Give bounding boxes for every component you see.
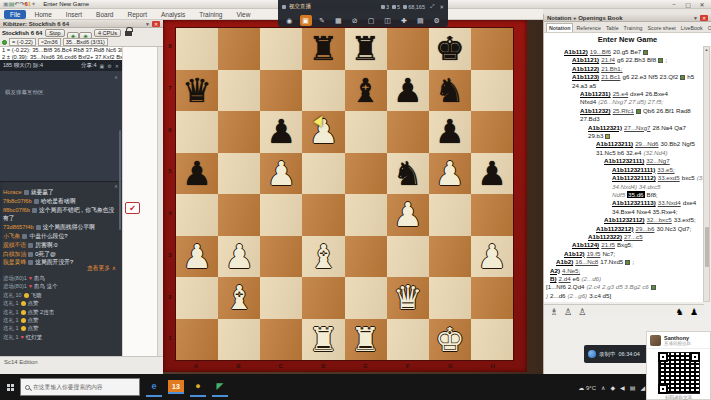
- book-move[interactable]: 2.d4: [559, 275, 571, 282]
- chat-text: 0死了@: [35, 251, 56, 257]
- book-move: 2...d6: [550, 292, 565, 299]
- gift-name: 点赞: [28, 317, 39, 323]
- app-13-icon[interactable]: 13: [168, 380, 184, 394]
- square-e1[interactable]: ♜: [345, 319, 387, 361]
- book-move[interactable]: 21.f4: [601, 56, 615, 63]
- rank-label-2: 2: [166, 294, 174, 300]
- square-g1[interactable]: ♚: [429, 319, 471, 361]
- notation-tab-notation[interactable]: Notation: [546, 23, 573, 32]
- gift-sender: 进场(80)1: [3, 283, 27, 289]
- book-scrollbar[interactable]: ▲: [703, 46, 710, 302]
- user-badge-icon: [22, 234, 27, 239]
- recorder-icon: [588, 350, 596, 358]
- notation-tab-op[interactable]: Op: [706, 24, 711, 32]
- viewer-count-icon: [403, 5, 407, 9]
- square-f2[interactable]: ♛: [387, 277, 429, 319]
- chat-username[interactable]: ff8bc07f6b: [3, 207, 30, 213]
- file-label-h: H: [488, 363, 498, 369]
- book-code[interactable]: A2): [550, 267, 560, 274]
- square-h6[interactable]: [471, 111, 513, 153]
- streamer-name: Santhony: [664, 335, 691, 341]
- window-title: Enter New Game: [43, 1, 89, 7]
- gift-name: 飞吻: [31, 292, 42, 298]
- book-code[interactable]: A1b1124): [572, 241, 599, 248]
- notation-dropdown-icon[interactable]: ▼: [693, 15, 698, 21]
- chat-username[interactable]: 小飞象: [3, 233, 20, 239]
- coin-icon: [21, 318, 26, 323]
- book-line[interactable]: A1b112321111)33.e5;: [544, 166, 704, 174]
- book-move: 20.g5 Be7: [613, 48, 641, 55]
- square-c3[interactable]: [260, 236, 302, 278]
- chat-username[interactable]: 白棋加油: [3, 251, 26, 257]
- square-d3[interactable]: ♝: [302, 236, 344, 278]
- file-label-g: G: [445, 363, 455, 369]
- chat-message: ff8bc07f6b这个局面不错吧，你飞象也没有了: [3, 206, 115, 224]
- tools-icon[interactable]: ✚: [398, 15, 410, 26]
- square-a2[interactable]: [176, 277, 218, 319]
- book-move[interactable]: 32...Ng7: [646, 157, 669, 164]
- tab-view[interactable]: View: [230, 10, 256, 19]
- book-line[interactable]: A1b1123211)29...Nd630.Bb2 Ngf5 31.Nc5 b6…: [544, 140, 704, 157]
- book-line[interactable]: A1b1123)21.Bc1g6 22.e3 Nf5 23.Qf2h5 24.a…: [544, 73, 704, 90]
- chat-notice-section: ∧ 棋友弹幕互动区: [0, 71, 122, 181]
- user-badge-icon: [28, 252, 33, 257]
- notation-tab-reference[interactable]: Reference: [574, 24, 602, 32]
- gift-sender: 送礼 10: [3, 292, 22, 298]
- tab-board[interactable]: Board: [90, 10, 119, 19]
- book-move[interactable]: 27...c5: [624, 233, 643, 240]
- gift-message: 送礼 1点赞: [3, 316, 115, 324]
- notation-tab-table[interactable]: Table: [604, 24, 621, 32]
- book-move: 35.d6: [627, 191, 644, 198]
- white-rook: ♜: [345, 319, 387, 361]
- book-line[interactable]: A1b2)16...Nc817.Nxd5;: [544, 258, 704, 266]
- chat-icon[interactable]: ▣: [300, 15, 312, 26]
- book-code[interactable]: A1b112): [564, 48, 588, 55]
- square-b3[interactable]: ♟: [218, 236, 260, 278]
- square-b4[interactable]: [218, 194, 260, 236]
- book-move: 33.exf5;: [674, 216, 696, 223]
- book-move: ): [546, 292, 548, 299]
- square-b8[interactable]: [218, 28, 260, 70]
- edge-icon[interactable]: e: [146, 377, 162, 397]
- square-d4[interactable]: [302, 194, 344, 236]
- square-f8[interactable]: [387, 28, 429, 70]
- book-code[interactable]: A1b1122): [572, 65, 599, 72]
- square-f1[interactable]: [387, 319, 429, 361]
- book-line[interactable]: A1b1123212)29...b630.Nc3 Qd7;: [544, 225, 704, 233]
- power-icon[interactable]: ◉: [283, 15, 295, 26]
- square-d1[interactable]: ♜: [302, 319, 344, 361]
- stream-toolbar-icons: ◉▣✎▦⊘▢◫✚▤⚙: [278, 13, 448, 27]
- tray-item[interactable]: ◢: [640, 384, 645, 391]
- search-icon: [25, 385, 30, 390]
- piece-tool-icon[interactable]: ♞: [676, 307, 684, 317]
- square-a7[interactable]: ♛: [176, 70, 218, 112]
- book-code[interactable]: A1b12): [564, 250, 585, 257]
- square-e7[interactable]: ♝: [345, 70, 387, 112]
- file-label-a: A: [191, 363, 201, 369]
- chat-settings-icon[interactable]: ⚙: [107, 63, 111, 69]
- camera-icon[interactable]: ◫: [382, 15, 394, 26]
- book-line[interactable]: B)2.d4e6(2...d6): [544, 275, 704, 283]
- chat-username[interactable]: 观棋不语: [3, 242, 26, 248]
- book-marker-icon: [680, 75, 685, 80]
- coin-icon: [21, 310, 26, 315]
- book-move: Nc7;: [602, 250, 615, 257]
- gift-name: 血鸟 这个: [34, 283, 58, 289]
- engine-pane-title: Kibitzer: Stockfish 6 64: [3, 21, 69, 27]
- book-line[interactable]: A1b112321112)33.exd5bxc5(33...cxd5 34.Nx…: [544, 174, 704, 199]
- book-code[interactable]: A1b112321111): [612, 166, 655, 173]
- book-move[interactable]: 25.Rfc1: [613, 107, 634, 114]
- piece-tool-icon[interactable]: ♙: [578, 307, 586, 317]
- scroll-thumb[interactable]: [705, 227, 709, 267]
- stream-stats: 3568,165: [378, 4, 425, 10]
- square-d5[interactable]: [302, 153, 344, 195]
- chat-scrollbar[interactable]: [119, 130, 121, 230]
- book-move[interactable]: 27...Nxg7: [624, 124, 650, 131]
- square-c4[interactable]: [260, 194, 302, 236]
- quick-access-toolbar: ▣▤↶↷61✦: [3, 1, 36, 7]
- tray-item[interactable]: ◀: [620, 384, 625, 391]
- square-e8[interactable]: ♜: [345, 28, 387, 70]
- book-move[interactable]: 19.f5: [587, 250, 601, 257]
- square-a3[interactable]: ♟: [176, 236, 218, 278]
- qr-popup-header: Santhony 直播间粉丝群: [647, 332, 710, 349]
- book-line[interactable]: A1b1124)21.f5Bxg5;: [544, 241, 704, 249]
- engine-toolbar: Stockfish 6 64 Stop ◈◈ 4 CPUs: [0, 28, 163, 38]
- lock-count-icon: [381, 5, 385, 9]
- book-code[interactable]: A1b11231): [580, 90, 611, 97]
- book-line[interactable]: 2.e4: [544, 300, 704, 302]
- tab-analysis[interactable]: Analysis: [155, 10, 191, 19]
- chess-board[interactable]: ♜♜♚♛♝♟♞♟♟♟♟♟♞♟♟♟♟♟♝♟♝♛♜♜♚: [175, 27, 514, 361]
- white-pawn: ♟: [218, 236, 260, 278]
- book-move[interactable]: 21.Bh1;: [601, 65, 622, 72]
- chat-close-icon[interactable]: ✕: [115, 63, 119, 69]
- book-line[interactable]: A1b11231)25.e4dxe4 26.Bxe4 Nfxd4(26...Nx…: [544, 90, 704, 107]
- openings-book-tree[interactable]: A1b112)19...Bf620.g5 Be7A1b1121)21.f4g6 …: [544, 46, 704, 302]
- tab-insert[interactable]: Insert: [60, 10, 88, 19]
- square-e2[interactable]: [345, 277, 387, 319]
- book-code[interactable]: B): [550, 275, 557, 282]
- lock-count: 3: [381, 4, 389, 10]
- book-move: [1...Nf6 2.Qd4: [546, 283, 585, 290]
- book-code[interactable]: A1b11232112): [604, 216, 645, 223]
- book-move[interactable]: 16...Nc8: [575, 258, 598, 265]
- gift-name: 血鸟: [34, 275, 45, 281]
- white-bishop: ♝: [218, 277, 260, 319]
- chat-message: 观棋不语厉害啊:0: [3, 241, 115, 250]
- square-g7[interactable]: ♞: [429, 70, 471, 112]
- status-bar-text: Sc14 Edition: [4, 359, 38, 365]
- stop-button[interactable]: Stop: [45, 29, 64, 37]
- board-frame: ♜♜♚♛♝♟♞♟♟♟♟♟♞♟♟♟♟♟♝♟♝♛♜♜♚ 87654321 ABCDE…: [163, 20, 527, 372]
- lock-count-value: 3: [386, 4, 389, 10]
- chat-text: 这个局面残得公平啊: [43, 224, 95, 230]
- user-badge-icon: [32, 208, 37, 213]
- book-move: g6 22.Bh3 Bf8: [617, 56, 656, 63]
- tray-item[interactable]: ◆: [610, 384, 615, 391]
- book-move: (2...d6): [581, 275, 601, 282]
- white-pawn: ♟: [260, 153, 302, 195]
- gift-message-list: 进场(80)1♥血鸟进场(80)1♥血鸟 这个送礼 10飞吻送礼 1点赞送礼 1…: [3, 274, 115, 341]
- square-d7[interactable]: [302, 70, 344, 112]
- black-rook: ♜: [302, 28, 344, 70]
- engine-close-icon[interactable]: ✕: [152, 21, 160, 27]
- square-g2[interactable]: [429, 277, 471, 319]
- book-code[interactable]: A1b112321): [588, 124, 622, 131]
- piece-tool-icon[interactable]: ♗: [550, 307, 558, 317]
- square-f4[interactable]: ♟: [387, 194, 429, 236]
- square-h7[interactable]: [471, 70, 513, 112]
- tab-report[interactable]: Report: [121, 10, 153, 19]
- book-code[interactable]: A1b1123): [572, 73, 599, 80]
- book-line[interactable]: A1b11232112)32...bxc533.exf5;: [544, 216, 704, 224]
- book-code[interactable]: A1b2): [556, 258, 573, 265]
- chat-lock-icon[interactable]: ▣: [100, 63, 105, 69]
- square-c5[interactable]: ♟: [260, 153, 302, 195]
- close-icon[interactable]: ✕: [697, 1, 707, 8]
- tab-home[interactable]: Home: [28, 10, 57, 19]
- square-b2[interactable]: ♝: [218, 277, 260, 319]
- black-pawn: ♟: [387, 70, 429, 112]
- confirm-check-button[interactable]: ✔: [125, 202, 140, 214]
- notation-close-icon[interactable]: ✕: [700, 15, 708, 21]
- book-move[interactable]: 29...Nd6: [635, 140, 658, 147]
- book-line[interactable]: A1b1121)21.f4g6 22.Bh3 Bf8;: [544, 56, 704, 64]
- heart-icon: ♥: [29, 275, 32, 281]
- engine-dropdown-icon[interactable]: ▼: [145, 21, 150, 27]
- square-a6[interactable]: [176, 111, 218, 153]
- square-d2[interactable]: [302, 277, 344, 319]
- book-line[interactable]: A2)4.Ne5;: [544, 267, 704, 275]
- book-move: Bxg5;: [617, 241, 633, 248]
- book-move[interactable]: 32...bxc5: [647, 216, 672, 223]
- start-button[interactable]: [0, 374, 20, 400]
- maximize-icon[interactable]: ▢: [683, 1, 693, 8]
- book-line[interactable]: A1b1122)21.Bh1;: [544, 65, 704, 73]
- stream-toolbar: 视交直播 3568,165 ⤢ ✕ ◉▣✎▦⊘▢◫✚▤⚙: [278, 0, 448, 27]
- tab-file[interactable]: File: [4, 10, 26, 19]
- white-pawn: ♟: [176, 236, 218, 278]
- square-f6[interactable]: [387, 111, 429, 153]
- square-h3[interactable]: ♟: [471, 236, 513, 278]
- square-a8[interactable]: [176, 28, 218, 70]
- cpus-button[interactable]: 4 CPUs: [94, 29, 121, 37]
- windows-logo-icon: [7, 384, 14, 391]
- book-line[interactable]: A1b12)19.f5Nc7;: [544, 250, 704, 258]
- book-move[interactable]: 4.Ne5;: [562, 267, 580, 274]
- chat-username[interactable]: 我是黄蜂: [3, 259, 26, 265]
- lock-icon[interactable]: [125, 31, 132, 36]
- tray-item[interactable]: ☁ 9°C: [578, 384, 596, 391]
- book-move[interactable]: 33.exd5: [658, 174, 680, 181]
- chat-username[interactable]: Horace: [3, 189, 22, 195]
- square-h1[interactable]: [471, 319, 513, 361]
- gift-icon[interactable]: ▦: [332, 15, 344, 26]
- square-d8[interactable]: ♜: [302, 28, 344, 70]
- square-f7[interactable]: ♟: [387, 70, 429, 112]
- square-e4[interactable]: [345, 194, 387, 236]
- collapse-up-icon[interactable]: ∧: [114, 74, 118, 80]
- book-marker-icon: [605, 134, 610, 139]
- settings-icon[interactable]: ⚙: [431, 15, 443, 26]
- book-code[interactable]: A1b112322): [588, 233, 622, 240]
- square-g3[interactable]: [429, 236, 471, 278]
- book-line[interactable]: A1b11232)25.Rfc1Qb6 26.Bf1 Rad8 27.Bd3: [544, 107, 704, 124]
- square-a5[interactable]: ♟: [176, 153, 218, 195]
- book-line[interactable]: A1b112)19...Bf620.g5 Be7: [544, 48, 704, 56]
- scroll-up-icon[interactable]: ▲: [704, 47, 709, 53]
- black-knight: ♞: [429, 70, 471, 112]
- book-marker-icon: [651, 285, 656, 290]
- book-move[interactable]: 21.Bc1: [601, 73, 620, 80]
- recording-timer[interactable]: 录制中 06:34:04: [584, 345, 652, 363]
- square-c7[interactable]: [260, 70, 302, 112]
- window-icon[interactable]: ▢: [365, 15, 377, 26]
- system-tray[interactable]: ☁ 9°C∧◆◀▤◢: [578, 374, 645, 400]
- square-a4[interactable]: [176, 194, 218, 236]
- search-placeholder: 在这里输入你要搜索的内容: [33, 383, 103, 392]
- streamer-subtitle: 直播间粉丝群: [664, 341, 691, 346]
- square-h4[interactable]: [471, 194, 513, 236]
- book-move: 30.Nc3 Qd7;: [656, 225, 691, 232]
- recording-time: 06:34:04: [619, 351, 640, 357]
- book-marker-icon: [658, 58, 663, 63]
- black-pawn: ♟: [176, 153, 218, 195]
- engine-time: ≈2m36: [38, 38, 61, 46]
- heart-icon: ♥: [29, 283, 32, 289]
- book-move[interactable]: 25.e4: [613, 90, 628, 97]
- green-app-icon[interactable]: ◤: [212, 377, 228, 397]
- square-e3[interactable]: [345, 236, 387, 278]
- black-knight: ♞: [387, 153, 429, 195]
- book-line[interactable]: A1b11232111)32...Ng7: [544, 157, 704, 165]
- user-badge-icon: [28, 243, 33, 248]
- book-move[interactable]: 29...b6: [636, 225, 655, 232]
- book-code[interactable]: A1b1123212): [596, 225, 634, 232]
- square-b6[interactable]: [218, 111, 260, 153]
- stream-logo-icon: [282, 5, 286, 9]
- square-g8[interactable]: ♚: [429, 28, 471, 70]
- book-move[interactable]: 19...Bf6: [590, 48, 611, 55]
- black-rook: ♜: [345, 28, 387, 70]
- quick-icon[interactable]: ✦: [31, 1, 36, 7]
- white-bishop: ♝: [302, 236, 344, 278]
- square-c8[interactable]: [260, 28, 302, 70]
- square-b1[interactable]: [218, 319, 260, 361]
- square-g6[interactable]: ♟: [429, 111, 471, 153]
- taskbar-search[interactable]: 在这里输入你要搜索的内容: [20, 378, 140, 396]
- edit-icon[interactable]: ✎: [316, 15, 328, 26]
- stream-expand-icon[interactable]: ⤢: [430, 3, 434, 10]
- book-move: e6: [573, 275, 580, 282]
- notation-panel: Notation + Openings Book ▼ ✕ NotationRef…: [543, 14, 711, 374]
- chat-username[interactable]: 7fb8c07f6b: [3, 198, 32, 204]
- square-h5[interactable]: ♟: [471, 153, 513, 195]
- square-f3[interactable]: [387, 236, 429, 278]
- white-king: ♚: [429, 319, 471, 361]
- notation-tab-livebook[interactable]: LiveBook: [679, 24, 705, 32]
- view-more-link[interactable]: 查看更多 ∧: [87, 264, 116, 273]
- square-e6[interactable]: [345, 111, 387, 153]
- notation-toolbar: ♗♙♙♞♟: [544, 304, 704, 318]
- book-code[interactable]: A1b112321112): [612, 174, 656, 181]
- chat-share-label[interactable]: 分享:4: [81, 62, 97, 69]
- coin-icon: [21, 301, 26, 306]
- book-marker-icon: [636, 109, 641, 114]
- book-line[interactable]: A1b112322)27...c5: [544, 233, 704, 241]
- book-code[interactable]: A1b1121): [572, 56, 599, 63]
- grid-icon[interactable]: ▤: [414, 15, 426, 26]
- book-move[interactable]: 33.Nxd4: [658, 199, 681, 206]
- book-line[interactable]: [1...Nf6 2.Qd4(2.c4 2.g3 d5 3.Bg2 c6)2..…: [544, 283, 704, 300]
- viewer-count: 68,165: [403, 4, 425, 10]
- minimize-icon[interactable]: −: [669, 1, 679, 8]
- square-h2[interactable]: [471, 277, 513, 319]
- square-f5[interactable]: ♞: [387, 153, 429, 195]
- chat-header: 185 聊天(7) 际:4 分享:4 ▣ ⚙ ✕: [0, 60, 122, 71]
- notation-tab-score-sheet[interactable]: Score sheet: [646, 24, 678, 32]
- tray-item[interactable]: ∧: [601, 384, 605, 391]
- mute-icon[interactable]: ⊘: [349, 15, 361, 26]
- notation-tab-training[interactable]: Training: [622, 24, 645, 32]
- white-pawn: ♟: [471, 236, 513, 278]
- square-a1[interactable]: [176, 319, 218, 361]
- notation-panel-titlebar: Notation + Openings Book ▼ ✕: [544, 14, 711, 22]
- square-b7[interactable]: [218, 70, 260, 112]
- square-g4[interactable]: [429, 194, 471, 236]
- book-code[interactable]: A1b1123211): [596, 140, 633, 147]
- square-h8[interactable]: [471, 28, 513, 70]
- book-move: 3.c4 d5]: [589, 292, 611, 299]
- qr-popup: Santhony 直播间粉丝群 扫码进群交流: [646, 331, 711, 400]
- book-move[interactable]: 21.f5: [601, 241, 615, 248]
- square-c6[interactable]: ♟: [260, 111, 302, 153]
- piece-tool-icon[interactable]: ♙: [564, 307, 572, 317]
- square-g5[interactable]: ♟: [429, 153, 471, 195]
- chat-text: 这局面开没开?: [35, 259, 73, 265]
- square-b5[interactable]: [218, 153, 260, 195]
- room-count-icon: [392, 5, 396, 9]
- book-code[interactable]: A1b112321113): [612, 199, 656, 206]
- screen: ▣▤↶↷61✦ Enter New Game −▢✕ FileHomeInser…: [0, 0, 711, 400]
- square-c2[interactable]: [260, 277, 302, 319]
- square-c1[interactable]: [260, 319, 302, 361]
- gift-message: 进场(80)1♥血鸟 这个: [3, 282, 115, 290]
- piece-tool-icon[interactable]: ♟: [690, 307, 698, 317]
- book-line[interactable]: A1b112321113)33.Nxd4dxe4 34.Bxe4 Nxe4 35…: [544, 199, 704, 216]
- chat-message-list[interactable]: Horace就要赢了7fb8c07f6b哈哈是看啥啊ff8bc07f6b这个局面…: [3, 188, 115, 267]
- coin-app-icon[interactable]: ●: [190, 377, 206, 397]
- chat-username[interactable]: 73d8657f4b: [3, 224, 34, 230]
- book-move: g6 22.e3 Nf5 23.Qf2: [622, 73, 678, 80]
- stream-close-icon[interactable]: ✕: [439, 4, 444, 10]
- book-code[interactable]: A1b11232111): [604, 157, 644, 164]
- gift-name: 红灯笼: [26, 334, 43, 340]
- book-code[interactable]: A1b11232): [580, 107, 611, 114]
- chat-message: 白棋加油0死了@: [3, 250, 115, 259]
- book-move[interactable]: 33.e5;: [657, 166, 674, 173]
- ribbon-tabs: FileHomeInsertBoardReportAnalysisTrainin…: [0, 9, 543, 20]
- square-e5[interactable]: [345, 153, 387, 195]
- tab-training[interactable]: Training: [193, 10, 228, 19]
- book-line[interactable]: A1b112321)27...Nxg728.Na4 Qa7 29.b3: [544, 124, 704, 141]
- file-label-e: E: [361, 363, 371, 369]
- tray-item[interactable]: ▤: [630, 384, 636, 391]
